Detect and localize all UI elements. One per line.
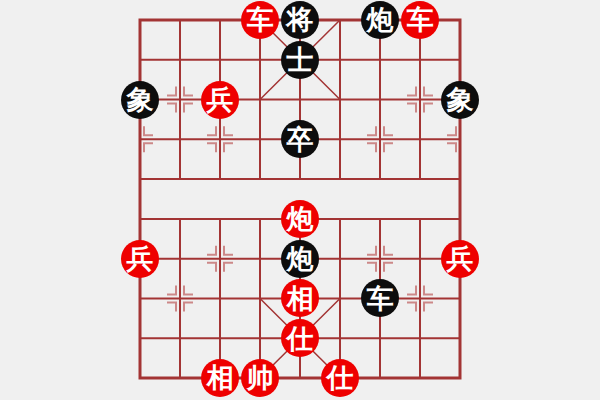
piece-red-elephant[interactable]: 相 (281, 279, 319, 317)
piece-red-chariot[interactable]: 车 (401, 1, 439, 39)
piece-black-advisor[interactable]: 士 (281, 41, 319, 79)
piece-red-soldier[interactable]: 兵 (121, 240, 159, 278)
piece-black-general[interactable]: 将 (281, 1, 319, 39)
piece-red-cannon[interactable]: 炮 (281, 200, 319, 238)
piece-black-chariot[interactable]: 车 (361, 279, 399, 317)
piece-black-cannon[interactable]: 炮 (361, 1, 399, 39)
piece-red-elephant[interactable]: 相 (201, 359, 239, 397)
piece-red-soldier[interactable]: 兵 (201, 81, 239, 119)
piece-red-chariot[interactable]: 车 (241, 1, 279, 39)
piece-black-elephant[interactable]: 象 (121, 81, 159, 119)
piece-red-advisor[interactable]: 仕 (321, 359, 359, 397)
xiangqi-board[interactable]: 车将炮车士象兵象卒炮兵炮兵相车仕相帅仕 (120, 0, 480, 398)
piece-black-soldier[interactable]: 卒 (281, 120, 319, 158)
piece-red-soldier[interactable]: 兵 (441, 240, 479, 278)
piece-black-elephant[interactable]: 象 (441, 81, 479, 119)
piece-red-general[interactable]: 帅 (241, 359, 279, 397)
piece-black-cannon[interactable]: 炮 (281, 240, 319, 278)
piece-red-advisor[interactable]: 仕 (281, 319, 319, 357)
